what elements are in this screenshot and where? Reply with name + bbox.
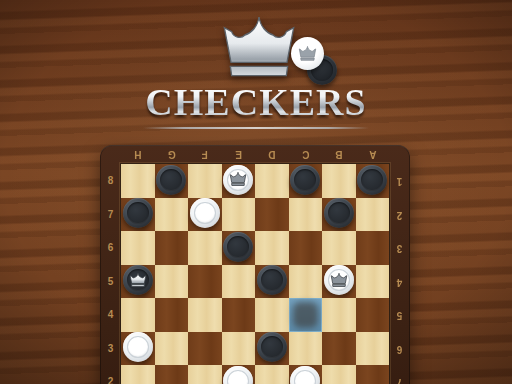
square-c3[interactable] [289, 332, 323, 366]
coord-label: C [289, 145, 323, 164]
coord-label: H [121, 145, 155, 164]
square-e6[interactable] [222, 231, 256, 265]
coord-label: 7 [100, 198, 121, 232]
square-e4[interactable] [222, 298, 256, 332]
king-crown-icon [229, 172, 247, 187]
white-king[interactable] [324, 265, 354, 295]
square-d8[interactable] [255, 164, 289, 198]
square-g5[interactable] [155, 265, 189, 299]
square-h3[interactable] [121, 332, 155, 366]
black-man[interactable] [156, 165, 186, 195]
square-f4[interactable] [188, 298, 222, 332]
square-h6[interactable] [121, 231, 155, 265]
square-c8[interactable] [289, 164, 323, 198]
coord-label: 2 [389, 198, 410, 232]
black-man[interactable] [357, 165, 387, 195]
checkers-board: HGFEDCBA 87654321 12345678 [100, 145, 410, 384]
square-f8[interactable] [188, 164, 222, 198]
coord-label: 6 [389, 332, 410, 366]
coord-label: 3 [389, 231, 410, 265]
square-f2[interactable] [188, 365, 222, 384]
coord-label: 1 [389, 164, 410, 198]
square-f3[interactable] [188, 332, 222, 366]
square-a7[interactable] [356, 198, 390, 232]
square-d4[interactable] [255, 298, 289, 332]
square-a8[interactable] [356, 164, 390, 198]
coord-label: 4 [389, 265, 410, 299]
square-b5[interactable] [322, 265, 356, 299]
black-man[interactable] [123, 198, 153, 228]
square-e5[interactable] [222, 265, 256, 299]
coord-label: G [155, 145, 189, 164]
square-b4[interactable] [322, 298, 356, 332]
rank-labels-left: 87654321 [100, 164, 121, 384]
square-d7[interactable] [255, 198, 289, 232]
square-b2[interactable] [322, 365, 356, 384]
square-f6[interactable] [188, 231, 222, 265]
coord-label: E [222, 145, 256, 164]
coord-label: A [356, 145, 390, 164]
board-grid [121, 164, 389, 384]
square-a4[interactable] [356, 298, 390, 332]
square-d6[interactable] [255, 231, 289, 265]
rank-labels-right: 12345678 [389, 164, 410, 384]
square-a2[interactable] [356, 365, 390, 384]
square-c4[interactable] [289, 298, 323, 332]
square-e8[interactable] [222, 164, 256, 198]
coord-label: 4 [100, 298, 121, 332]
square-e7[interactable] [222, 198, 256, 232]
square-g6[interactable] [155, 231, 189, 265]
square-h2[interactable] [121, 365, 155, 384]
square-a3[interactable] [356, 332, 390, 366]
file-labels-top: HGFEDCBA [121, 145, 389, 164]
square-b8[interactable] [322, 164, 356, 198]
coord-label: 5 [389, 298, 410, 332]
square-e3[interactable] [222, 332, 256, 366]
square-d5[interactable] [255, 265, 289, 299]
square-g7[interactable] [155, 198, 189, 232]
square-b3[interactable] [322, 332, 356, 366]
square-c5[interactable] [289, 265, 323, 299]
square-c7[interactable] [289, 198, 323, 232]
black-man[interactable] [257, 332, 287, 362]
coord-label: D [255, 145, 289, 164]
coord-label: B [322, 145, 356, 164]
king-crown-icon [330, 273, 348, 288]
game-title: CHECKERS [0, 80, 512, 124]
white-king-checker-icon [291, 37, 324, 70]
square-e2[interactable] [222, 365, 256, 384]
white-man[interactable] [223, 366, 253, 384]
square-h7[interactable] [121, 198, 155, 232]
black-man[interactable] [223, 232, 253, 262]
coord-label: 2 [100, 365, 121, 384]
coord-label: 5 [100, 265, 121, 299]
square-d2[interactable] [255, 365, 289, 384]
coord-label: 7 [389, 365, 410, 384]
square-c6[interactable] [289, 231, 323, 265]
white-man[interactable] [290, 366, 320, 384]
square-h8[interactable] [121, 164, 155, 198]
square-a5[interactable] [356, 265, 390, 299]
square-h4[interactable] [121, 298, 155, 332]
square-g2[interactable] [155, 365, 189, 384]
title-divider [143, 127, 369, 129]
black-man[interactable] [324, 198, 354, 228]
square-c2[interactable] [289, 365, 323, 384]
king-crown-icon [129, 273, 147, 288]
black-king[interactable] [123, 265, 153, 295]
square-b6[interactable] [322, 231, 356, 265]
white-man[interactable] [190, 198, 220, 228]
square-b7[interactable] [322, 198, 356, 232]
coord-label: 3 [100, 332, 121, 366]
crown-logo-icon [219, 15, 299, 83]
square-g8[interactable] [155, 164, 189, 198]
coord-label: 8 [100, 164, 121, 198]
coord-label: 6 [100, 231, 121, 265]
white-man[interactable] [123, 332, 153, 362]
black-man[interactable] [290, 165, 320, 195]
square-f5[interactable] [188, 265, 222, 299]
square-a6[interactable] [356, 231, 390, 265]
square-g3[interactable] [155, 332, 189, 366]
black-man[interactable] [257, 265, 287, 295]
square-d3[interactable] [255, 332, 289, 366]
square-h5[interactable] [121, 265, 155, 299]
square-f7[interactable] [188, 198, 222, 232]
coord-label: F [188, 145, 222, 164]
white-king[interactable] [223, 165, 253, 195]
square-g4[interactable] [155, 298, 189, 332]
